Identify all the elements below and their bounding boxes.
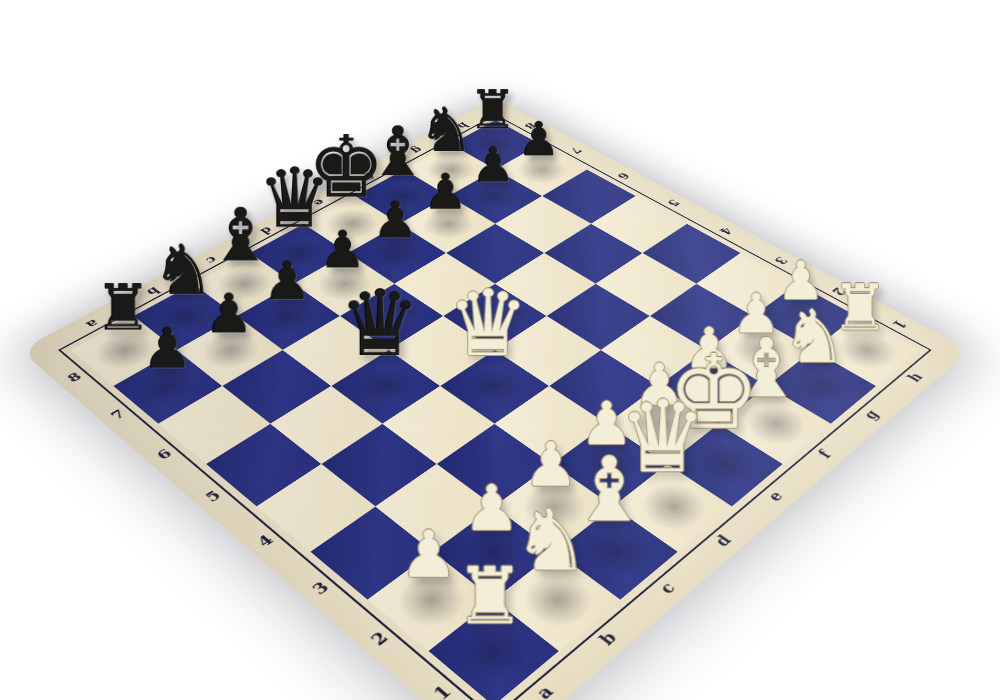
- black-pawn-glyph: ♟: [319, 224, 366, 276]
- black-pawn-glyph: ♟: [204, 287, 253, 342]
- black-pawn-glyph: ♟: [372, 195, 417, 246]
- board-tilt-plane: ♜♞♝♚♛♝♞♜♟♟♟♟♟♟♟♟♛♛♟♟♟♟♟♟♟♟♜♞♝♚♛♝♞♜ 87654…: [20, 98, 970, 700]
- black-pawn-glyph: ♟: [263, 255, 311, 308]
- black-rook-glyph: ♜: [468, 83, 516, 137]
- white-pawn-glyph: ♟: [399, 522, 457, 587]
- black-pawn-glyph: ♟: [142, 321, 192, 377]
- white-rook-glyph: ♜: [454, 557, 524, 635]
- white-queen-glyph: ♛: [446, 278, 528, 369]
- black-pawn-glyph: ♟: [423, 167, 467, 216]
- chess-board-grid: ♜♞♝♚♛♝♞♜♟♟♟♟♟♟♟♟♛♛♟♟♟♟♟♟♟♟♜♞♝♚♛♝♞♜: [71, 120, 920, 700]
- white-pawn-glyph: ♟: [463, 477, 520, 540]
- silicone-chess-mat: ♜♞♝♚♛♝♞♜♟♟♟♟♟♟♟♟♛♛♟♟♟♟♟♟♟♟♜♞♝♚♛♝♞♜ 87654…: [20, 98, 970, 700]
- black-pawn-glyph: ♟: [471, 141, 514, 189]
- perspective-stage: ♜♞♝♚♛♝♞♜♟♟♟♟♟♟♟♟♛♛♟♟♟♟♟♟♟♟♜♞♝♚♛♝♞♜ 87654…: [0, 0, 1000, 700]
- chess-set-photo: ♜♞♝♚♛♝♞♜♟♟♟♟♟♟♟♟♛♛♟♟♟♟♟♟♟♟♜♞♝♚♛♝♞♜ 87654…: [0, 0, 1000, 700]
- black-queen-glyph: ♛: [339, 278, 421, 369]
